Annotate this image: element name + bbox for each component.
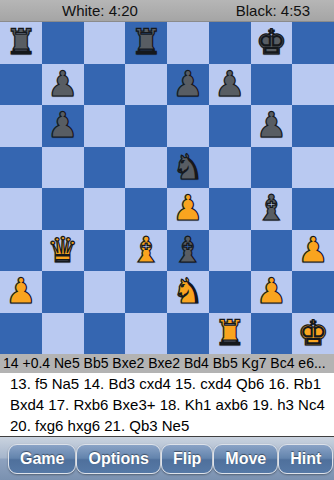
square-f5[interactable] [209, 147, 251, 189]
white-clock: White: 4:20 [62, 2, 138, 19]
square-c6[interactable] [84, 105, 126, 147]
square-g6[interactable]: ♟ [251, 105, 293, 147]
piece-black-rook[interactable]: ♜ [5, 25, 36, 60]
square-g1[interactable] [251, 313, 293, 355]
piece-white-rook[interactable]: ♜ [214, 316, 245, 351]
square-e6[interactable] [167, 105, 209, 147]
move-list-line: Bxd4 17. Rxb6 Bxe3+ 18. Kh1 axb6 19. h3 … [10, 394, 330, 415]
square-a6[interactable] [0, 105, 42, 147]
square-h2[interactable] [292, 271, 334, 313]
square-e1[interactable] [167, 313, 209, 355]
square-c7[interactable] [84, 64, 126, 106]
square-g4[interactable]: ♝ [251, 188, 293, 230]
flip-button[interactable]: Flip [161, 444, 213, 474]
piece-white-king[interactable]: ♚ [297, 316, 328, 351]
piece-white-knight[interactable]: ♞ [172, 274, 203, 309]
piece-black-pawn[interactable]: ♟ [47, 108, 78, 143]
square-a4[interactable] [0, 188, 42, 230]
square-c8[interactable] [84, 22, 126, 64]
square-c5[interactable] [84, 147, 126, 189]
square-g5[interactable] [251, 147, 293, 189]
piece-black-pawn[interactable]: ♟ [214, 67, 245, 102]
square-g2[interactable]: ♟ [251, 271, 293, 313]
square-b3[interactable]: ♛ [42, 230, 84, 272]
square-d3[interactable]: ♝ [125, 230, 167, 272]
square-e8[interactable] [167, 22, 209, 64]
piece-white-pawn[interactable]: ♟ [172, 191, 203, 226]
piece-white-pawn[interactable]: ♟ [297, 233, 328, 268]
square-h8[interactable] [292, 22, 334, 64]
piece-white-pawn[interactable]: ♟ [256, 274, 287, 309]
piece-black-pawn[interactable]: ♟ [256, 108, 287, 143]
square-f2[interactable] [209, 271, 251, 313]
square-f7[interactable]: ♟ [209, 64, 251, 106]
piece-white-queen[interactable]: ♛ [47, 233, 78, 268]
square-f4[interactable] [209, 188, 251, 230]
square-b5[interactable] [42, 147, 84, 189]
square-g8[interactable]: ♚ [251, 22, 293, 64]
square-a8[interactable]: ♜ [0, 22, 42, 64]
move-button[interactable]: Move [213, 444, 278, 474]
black-clock: Black: 4:53 [236, 2, 310, 19]
square-f3[interactable] [209, 230, 251, 272]
piece-white-pawn[interactable]: ♟ [5, 274, 36, 309]
square-f8[interactable] [209, 22, 251, 64]
square-b4[interactable] [42, 188, 84, 230]
square-b6[interactable]: ♟ [42, 105, 84, 147]
square-h7[interactable] [292, 64, 334, 106]
piece-black-bishop[interactable]: ♝ [256, 191, 287, 226]
piece-black-knight[interactable]: ♞ [172, 150, 203, 185]
square-a2[interactable]: ♟ [0, 271, 42, 313]
square-d4[interactable] [125, 188, 167, 230]
square-f6[interactable] [209, 105, 251, 147]
square-a7[interactable] [0, 64, 42, 106]
square-e7[interactable]: ♟ [167, 64, 209, 106]
clock-bar: White: 4:20 Black: 4:53 [0, 0, 334, 22]
square-c3[interactable] [84, 230, 126, 272]
piece-black-bishop[interactable]: ♝ [172, 233, 203, 268]
square-e4[interactable]: ♟ [167, 188, 209, 230]
square-d5[interactable] [125, 147, 167, 189]
square-g3[interactable] [251, 230, 293, 272]
square-h1[interactable]: ♚ [292, 313, 334, 355]
engine-analysis-line[interactable]: 14 +0.4 Ne5 Bb5 Bxe2 Bxe2 Bd4 Bb5 Kg7 Bc… [0, 354, 334, 373]
square-c2[interactable] [84, 271, 126, 313]
move-list[interactable]: 13. f5 Na5 14. Bd3 cxd4 15. cxd4 Qb6 16.… [0, 373, 334, 436]
chess-app-screen: White: 4:20 Black: 4:53 ♜♜♚♟♟♟♟♟♞♟♝♛♝♝♟♟… [0, 0, 334, 480]
square-d8[interactable]: ♜ [125, 22, 167, 64]
piece-black-pawn[interactable]: ♟ [172, 67, 203, 102]
piece-black-pawn[interactable]: ♟ [47, 67, 78, 102]
piece-black-rook[interactable]: ♜ [130, 25, 161, 60]
piece-black-king[interactable]: ♚ [256, 25, 287, 60]
square-g7[interactable] [251, 64, 293, 106]
move-list-line: 20. fxg6 hxg6 21. Qb3 Ne5 [10, 415, 330, 436]
square-a5[interactable] [0, 147, 42, 189]
square-a3[interactable] [0, 230, 42, 272]
options-button[interactable]: Options [76, 444, 160, 474]
square-b8[interactable] [42, 22, 84, 64]
bottom-toolbar: Game Options Flip Move Hint [0, 436, 334, 480]
hint-button[interactable]: Hint [278, 444, 333, 474]
square-c4[interactable] [84, 188, 126, 230]
square-b1[interactable] [42, 313, 84, 355]
square-d2[interactable] [125, 271, 167, 313]
square-d6[interactable] [125, 105, 167, 147]
chess-board: ♜♜♚♟♟♟♟♟♞♟♝♛♝♝♟♟♞♟♜♚ [0, 22, 334, 354]
square-b7[interactable]: ♟ [42, 64, 84, 106]
square-f1[interactable]: ♜ [209, 313, 251, 355]
square-h5[interactable] [292, 147, 334, 189]
square-e3[interactable]: ♝ [167, 230, 209, 272]
square-d7[interactable] [125, 64, 167, 106]
square-h6[interactable] [292, 105, 334, 147]
square-h3[interactable]: ♟ [292, 230, 334, 272]
square-e2[interactable]: ♞ [167, 271, 209, 313]
square-e5[interactable]: ♞ [167, 147, 209, 189]
square-a1[interactable] [0, 313, 42, 355]
move-list-line: 13. f5 Na5 14. Bd3 cxd4 15. cxd4 Qb6 16.… [10, 373, 330, 394]
square-h4[interactable] [292, 188, 334, 230]
piece-white-bishop[interactable]: ♝ [130, 233, 161, 268]
square-d1[interactable] [125, 313, 167, 355]
square-b2[interactable] [42, 271, 84, 313]
game-button[interactable]: Game [8, 444, 76, 474]
square-c1[interactable] [84, 313, 126, 355]
